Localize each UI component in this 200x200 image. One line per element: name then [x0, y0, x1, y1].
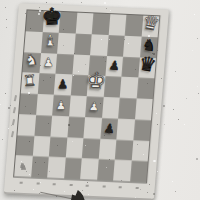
grain-dot [194, 14, 195, 15]
grain-dot [175, 191, 176, 192]
grain-dot [184, 124, 185, 125]
pieces-layer: ♚♛♝♞♞♟♟♛♜♟♚♟♟♟ [14, 10, 159, 182]
black-pawn-f3: ♟ [103, 122, 115, 135]
white-pawn-c4: ♟ [56, 99, 67, 111]
black-king-b8: ♚ [41, 5, 62, 29]
grain-dot [6, 19, 7, 20]
grain-dot [0, 104, 1, 105]
white-knight-a6: ♞ [25, 53, 39, 69]
white-bishop-b7: ♝ [43, 33, 57, 49]
grain-dot [163, 105, 165, 107]
grain-dot [81, 2, 82, 3]
grain-dot [5, 93, 6, 94]
black-pawn-c5: ♟ [57, 78, 68, 90]
white-rook-a5: ♜ [23, 74, 37, 90]
bottom-border-mark [86, 185, 89, 187]
grain-dot [197, 38, 198, 39]
bottom-border-mark [36, 182, 39, 184]
grain-dot [192, 50, 193, 51]
grain-dot [197, 86, 198, 87]
white-pawn-e4: ♟ [88, 100, 100, 113]
grain-dot [157, 171, 158, 172]
grain-dot [5, 7, 6, 8]
grain-dot [104, 2, 106, 4]
grain-dot [172, 181, 173, 182]
grain-dot [196, 158, 198, 160]
grain-dot [6, 27, 7, 28]
bottom-border-mark [119, 186, 122, 188]
grain-dot [198, 93, 199, 94]
grain-dot [186, 98, 187, 99]
knight-logo: ♞ [19, 161, 27, 171]
grain-dot [164, 124, 165, 125]
grain-dot [175, 71, 176, 72]
bottom-border-mark [102, 185, 105, 187]
black-pawn-f6: ♟ [108, 59, 120, 72]
chessboard: ♚♛♝♞♞♟♟♛♜♟♚♟♟♟ ♞ [4, 3, 169, 200]
grain-dot [2, 139, 3, 140]
bottom-border-mark [20, 182, 23, 184]
bottom-border-mark [135, 187, 138, 189]
grain-dot [173, 109, 174, 110]
white-queen-h8: ♛ [140, 12, 161, 34]
photo-frame: ♚♛♝♞♞♟♟♛♜♟♚♟♟♟ ♞ [0, 0, 200, 200]
bottom-border-mark [69, 184, 72, 186]
white-pawn-b6: ♟ [43, 57, 54, 70]
white-king-e5: ♚ [85, 69, 108, 93]
black-queen-h6: ♛ [137, 54, 158, 76]
grain-dot [178, 119, 179, 120]
bottom-border-mark [53, 183, 56, 185]
